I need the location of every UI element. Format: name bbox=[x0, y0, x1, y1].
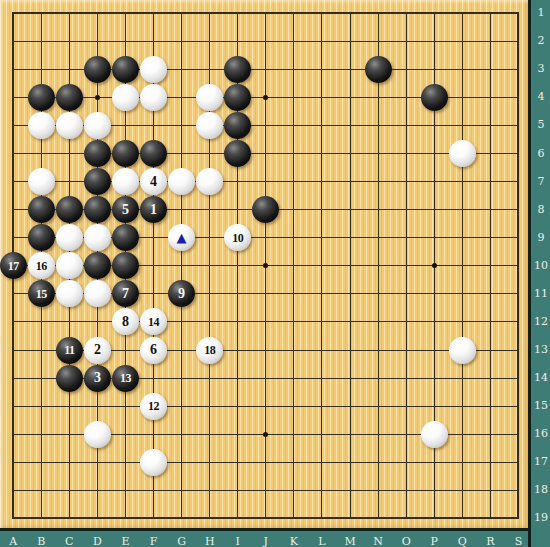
stone-white-P16 bbox=[421, 421, 448, 448]
move-number-6: 6 bbox=[150, 343, 157, 357]
stone-white-H4 bbox=[196, 84, 223, 111]
grid-line-horizontal bbox=[12, 517, 519, 519]
stone-white-F15: 12 bbox=[140, 393, 167, 420]
stone-white-G9: ▲ bbox=[168, 224, 195, 251]
stone-white-D16 bbox=[84, 421, 111, 448]
stone-black-P4 bbox=[421, 84, 448, 111]
move-number-1: 1 bbox=[150, 203, 157, 217]
stone-white-D5 bbox=[84, 112, 111, 139]
stone-black-E10 bbox=[112, 252, 139, 279]
col-label-G: G bbox=[168, 535, 196, 547]
stone-black-B8 bbox=[28, 196, 55, 223]
row-label-4: 4 bbox=[532, 90, 550, 104]
col-label-L: L bbox=[308, 535, 336, 547]
stone-black-D14: 3 bbox=[84, 365, 111, 392]
move-number-17: 17 bbox=[8, 260, 19, 272]
row-label-1: 1 bbox=[532, 6, 550, 20]
col-label-I: I bbox=[224, 535, 252, 547]
col-label-C: C bbox=[55, 535, 83, 547]
star-point-J4 bbox=[263, 95, 268, 100]
stone-white-H5 bbox=[196, 112, 223, 139]
star-point-P10 bbox=[432, 263, 437, 268]
stone-black-E6 bbox=[112, 140, 139, 167]
stone-white-C9 bbox=[56, 224, 83, 251]
row-coordinate-strip: 12345678910111213141516171819 bbox=[528, 0, 550, 547]
grid-line-vertical bbox=[517, 12, 519, 519]
move-number-12: 12 bbox=[148, 400, 159, 412]
row-label-16: 16 bbox=[532, 427, 550, 441]
move-number-15: 15 bbox=[36, 288, 47, 300]
star-point-D4 bbox=[95, 95, 100, 100]
move-number-10: 10 bbox=[232, 232, 243, 244]
row-label-7: 7 bbox=[532, 175, 550, 189]
stone-black-D7 bbox=[84, 168, 111, 195]
col-label-N: N bbox=[364, 535, 392, 547]
grid-line-vertical bbox=[350, 12, 351, 519]
stone-black-D8 bbox=[84, 196, 111, 223]
stone-black-B9 bbox=[28, 224, 55, 251]
grid-line-horizontal bbox=[12, 321, 519, 322]
row-label-6: 6 bbox=[532, 147, 550, 161]
col-label-K: K bbox=[280, 535, 308, 547]
stone-white-I9: 10 bbox=[224, 224, 251, 251]
stone-white-H13: 18 bbox=[196, 337, 223, 364]
star-point-J16 bbox=[263, 432, 268, 437]
stone-black-E11: 7 bbox=[112, 280, 139, 307]
row-label-13: 13 bbox=[532, 343, 550, 357]
grid-line-vertical bbox=[378, 12, 379, 519]
row-label-14: 14 bbox=[532, 371, 550, 385]
stone-black-C13: 11 bbox=[56, 337, 83, 364]
move-number-7: 7 bbox=[122, 287, 129, 301]
stone-white-F4 bbox=[140, 84, 167, 111]
stone-white-D13: 2 bbox=[84, 337, 111, 364]
row-label-12: 12 bbox=[532, 315, 550, 329]
stone-white-G7 bbox=[168, 168, 195, 195]
col-label-O: O bbox=[392, 535, 420, 547]
stone-white-Q13 bbox=[449, 337, 476, 364]
grid-line-vertical bbox=[490, 12, 491, 519]
row-label-19: 19 bbox=[532, 511, 550, 525]
stone-white-D11 bbox=[84, 280, 111, 307]
row-label-9: 9 bbox=[532, 231, 550, 245]
go-board[interactable]: 451▲101716157981411261831312 bbox=[0, 0, 528, 528]
stone-white-E12: 8 bbox=[112, 308, 139, 335]
stone-white-C11 bbox=[56, 280, 83, 307]
row-label-17: 17 bbox=[532, 455, 550, 469]
move-number-9: 9 bbox=[178, 287, 185, 301]
row-label-10: 10 bbox=[532, 259, 550, 273]
stone-white-H7 bbox=[196, 168, 223, 195]
row-label-2: 2 bbox=[532, 34, 550, 48]
go-game-window: 451▲101716157981411261831312 12345678910… bbox=[0, 0, 550, 547]
row-label-18: 18 bbox=[532, 483, 550, 497]
col-label-H: H bbox=[196, 535, 224, 547]
move-number-16: 16 bbox=[36, 260, 47, 272]
row-label-3: 3 bbox=[532, 62, 550, 76]
stone-white-D9 bbox=[84, 224, 111, 251]
stone-white-C10 bbox=[56, 252, 83, 279]
stone-black-B11: 15 bbox=[28, 280, 55, 307]
stone-black-C8 bbox=[56, 196, 83, 223]
col-label-Q: Q bbox=[448, 535, 476, 547]
star-point-J10 bbox=[263, 263, 268, 268]
stone-white-B10: 16 bbox=[28, 252, 55, 279]
stone-black-E8: 5 bbox=[112, 196, 139, 223]
move-number-5: 5 bbox=[122, 203, 129, 217]
stone-black-I3 bbox=[224, 56, 251, 83]
stone-black-E14: 13 bbox=[112, 365, 139, 392]
stone-white-F7: 4 bbox=[140, 168, 167, 195]
stone-white-F17 bbox=[140, 449, 167, 476]
move-number-8: 8 bbox=[122, 315, 129, 329]
stone-black-I6 bbox=[224, 140, 251, 167]
grid-line-horizontal bbox=[12, 406, 519, 407]
stone-white-C5 bbox=[56, 112, 83, 139]
col-label-S: S bbox=[504, 535, 532, 547]
grid-line-vertical bbox=[293, 12, 294, 519]
col-label-A: A bbox=[0, 535, 27, 547]
stone-black-N3 bbox=[365, 56, 392, 83]
stone-white-B7 bbox=[28, 168, 55, 195]
stone-black-C4 bbox=[56, 84, 83, 111]
stone-white-E4 bbox=[112, 84, 139, 111]
col-label-E: E bbox=[111, 535, 139, 547]
col-label-P: P bbox=[420, 535, 448, 547]
stone-white-F3 bbox=[140, 56, 167, 83]
stone-black-J8 bbox=[252, 196, 279, 223]
stone-white-B5 bbox=[28, 112, 55, 139]
grid-line-horizontal bbox=[12, 462, 519, 463]
stone-black-G11: 9 bbox=[168, 280, 195, 307]
stone-black-F6 bbox=[140, 140, 167, 167]
stone-white-F13: 6 bbox=[140, 337, 167, 364]
stone-black-I4 bbox=[224, 84, 251, 111]
grid-line-vertical bbox=[321, 12, 322, 519]
grid-line-vertical bbox=[462, 12, 463, 519]
stone-black-E9 bbox=[112, 224, 139, 251]
stone-black-C14 bbox=[56, 365, 83, 392]
grid-line-vertical bbox=[406, 12, 407, 519]
row-label-5: 5 bbox=[532, 118, 550, 132]
stone-white-E7 bbox=[112, 168, 139, 195]
move-number-2: 2 bbox=[94, 343, 101, 357]
stone-black-D3 bbox=[84, 56, 111, 83]
row-label-15: 15 bbox=[532, 399, 550, 413]
stone-black-I5 bbox=[224, 112, 251, 139]
move-number-13: 13 bbox=[120, 372, 131, 384]
row-label-11: 11 bbox=[532, 287, 550, 301]
col-label-R: R bbox=[476, 535, 504, 547]
stone-white-F12: 14 bbox=[140, 308, 167, 335]
col-label-M: M bbox=[336, 535, 364, 547]
move-number-4: 4 bbox=[150, 175, 157, 189]
col-label-F: F bbox=[140, 535, 168, 547]
move-number-14: 14 bbox=[148, 316, 159, 328]
triangle-mark-icon: ▲ bbox=[177, 231, 187, 244]
stone-black-F8: 1 bbox=[140, 196, 167, 223]
stone-black-A10: 17 bbox=[0, 252, 27, 279]
stone-black-E3 bbox=[112, 56, 139, 83]
move-number-18: 18 bbox=[204, 344, 215, 356]
col-label-B: B bbox=[27, 535, 55, 547]
stone-black-D6 bbox=[84, 140, 111, 167]
col-label-D: D bbox=[83, 535, 111, 547]
row-label-8: 8 bbox=[532, 203, 550, 217]
stone-white-Q6 bbox=[449, 140, 476, 167]
col-label-J: J bbox=[252, 535, 280, 547]
stone-black-D10 bbox=[84, 252, 111, 279]
grid-line-horizontal bbox=[12, 490, 519, 491]
column-coordinate-strip: ABCDEFGHIJKLMNOPQRS bbox=[0, 528, 528, 547]
move-number-3: 3 bbox=[94, 371, 101, 385]
stone-black-B4 bbox=[28, 84, 55, 111]
move-number-11: 11 bbox=[64, 344, 74, 356]
